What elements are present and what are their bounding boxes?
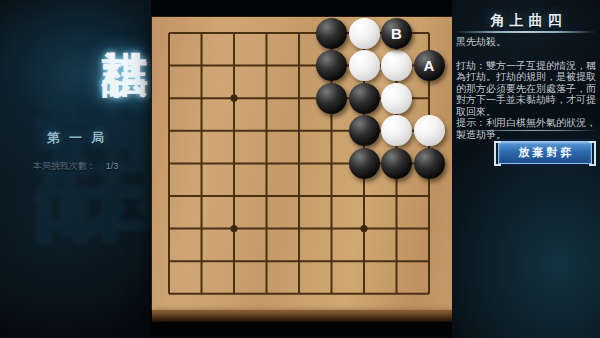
right-panel: 角上曲四 黑先劫殺。 打劫：雙方一子互提的情況，稱為打劫。打劫的規則，是被提取的… xyxy=(452,0,600,338)
star-point xyxy=(230,95,237,102)
give-up-button-frame: 放棄對弈 xyxy=(498,141,592,164)
black-stone xyxy=(316,18,347,49)
board-grid[interactable] xyxy=(152,17,458,310)
black-stone xyxy=(381,148,412,179)
ko-rule-text: 打劫：雙方一子互提的情況，稱為打劫。打劫的規則，是被提取的那方必須要先在別處落子… xyxy=(456,60,598,118)
black-stone xyxy=(349,115,380,146)
white-stone xyxy=(381,83,412,114)
give-up-button[interactable]: 放棄對弈 xyxy=(498,141,592,164)
black-stone xyxy=(316,50,347,81)
puzzle-objective: 黑先劫殺。 xyxy=(456,36,598,48)
hint-text: 提示：利用白棋無外氣的狀況，製造劫爭。 xyxy=(456,117,598,140)
puzzle-title: 角上曲四 xyxy=(452,12,600,30)
calligraphy-watermark: 詰棋 xyxy=(0,0,176,230)
go-board-side-edge xyxy=(152,310,458,322)
left-panel: 詰棋 詰棋 第一局 本局挑戰次數：1/3 xyxy=(0,0,151,338)
star-point xyxy=(230,225,237,232)
attempts-label: 本局挑戰次數： xyxy=(33,161,96,171)
white-stone xyxy=(349,18,380,49)
white-stone xyxy=(349,50,380,81)
puzzle-description: 黑先劫殺。 打劫：雙方一子互提的情況，稱為打劫。打劫的規則，是被提取的那方必須要… xyxy=(456,32,598,140)
black-stone xyxy=(414,148,445,179)
attempts-counter: 本局挑戰次數：1/3 xyxy=(0,160,151,173)
star-point xyxy=(360,225,367,232)
black-stone xyxy=(349,148,380,179)
go-board[interactable] xyxy=(152,17,458,310)
black-stone xyxy=(349,83,380,114)
move-option-a[interactable]: A xyxy=(414,50,445,81)
panel-divider xyxy=(454,130,598,131)
game-screen: 詰棋 詰棋 第一局 本局挑戰次數：1/3 BA 角上曲四 黑先劫殺。 打劫：雙方… xyxy=(0,0,600,338)
move-option-b[interactable]: B xyxy=(381,18,412,49)
black-stone xyxy=(316,83,347,114)
round-label: 第一局 xyxy=(0,129,151,147)
attempts-value: 1/3 xyxy=(106,161,119,171)
white-stone xyxy=(381,50,412,81)
move-option-label: B xyxy=(391,25,402,42)
move-option-label: A xyxy=(424,57,435,74)
white-stone xyxy=(414,115,445,146)
